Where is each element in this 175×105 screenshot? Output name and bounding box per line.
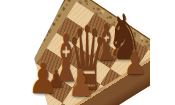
chess-piece-pawn: ♟ bbox=[122, 47, 148, 79]
chess-product-photo: ♟♟♝♛♟♝♟♞♟ bbox=[0, 0, 175, 105]
chess-piece-pawn: ♟ bbox=[67, 66, 96, 102]
chess-piece-pawn: ♟ bbox=[26, 58, 60, 100]
photo-area: ♟♟♝♛♟♝♟♞♟ bbox=[18, 0, 150, 105]
